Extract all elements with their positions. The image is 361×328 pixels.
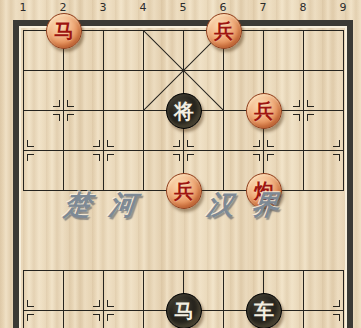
grid-line-vertical [63, 30, 64, 191]
grid-line-vertical [303, 30, 304, 191]
position-marker [93, 154, 100, 161]
grid-line-vertical [143, 270, 144, 328]
grid-line-vertical [63, 270, 64, 328]
position-marker [107, 300, 114, 307]
piece-red-soldier[interactable]: 兵 [246, 93, 282, 129]
grid-line-vertical [103, 30, 104, 191]
position-marker [333, 314, 340, 321]
grid-line-vertical [343, 30, 344, 191]
position-marker [27, 314, 34, 321]
position-marker [307, 100, 314, 107]
position-marker [107, 140, 114, 147]
position-marker [307, 114, 314, 121]
column-label: 7 [260, 1, 267, 14]
position-marker [253, 140, 260, 147]
position-marker [27, 300, 34, 307]
position-marker [293, 100, 300, 107]
position-marker [293, 114, 300, 121]
position-marker [67, 114, 74, 121]
grid-line-vertical [343, 270, 344, 328]
column-label: 8 [300, 1, 307, 14]
position-marker [267, 154, 274, 161]
position-marker [27, 140, 34, 147]
grid-line-vertical [223, 270, 224, 328]
position-marker [53, 100, 60, 107]
position-marker [333, 154, 340, 161]
grid-line-vertical [103, 270, 104, 328]
piece-black-chariot[interactable]: 车 [246, 293, 282, 328]
column-label: 3 [100, 1, 107, 14]
position-marker [93, 314, 100, 321]
grid-line-vertical [23, 30, 24, 191]
grid-line-vertical [303, 270, 304, 328]
position-marker [187, 140, 194, 147]
position-marker [333, 140, 340, 147]
position-marker [67, 100, 74, 107]
position-marker [187, 154, 194, 161]
column-label: 5 [180, 1, 187, 14]
position-marker [93, 140, 100, 147]
grid-line-vertical [23, 270, 24, 328]
column-label: 4 [140, 1, 147, 14]
piece-black-horse[interactable]: 马 [166, 293, 202, 328]
piece-red-soldier[interactable]: 兵 [206, 13, 242, 49]
column-label: 9 [340, 1, 347, 14]
position-marker [107, 154, 114, 161]
xiangqi-board[interactable]: 楚河 汉界 123456789马兵将兵兵炮马车 [0, 0, 361, 328]
position-marker [173, 140, 180, 147]
position-marker [107, 314, 114, 321]
position-marker [267, 140, 274, 147]
piece-black-general[interactable]: 将 [166, 93, 202, 129]
position-marker [27, 154, 34, 161]
piece-red-soldier[interactable]: 兵 [166, 173, 202, 209]
position-marker [93, 300, 100, 307]
position-marker [333, 300, 340, 307]
column-label: 1 [20, 1, 27, 14]
position-marker [53, 114, 60, 121]
position-marker [173, 154, 180, 161]
position-marker [253, 154, 260, 161]
piece-red-cannon[interactable]: 炮 [246, 173, 282, 209]
piece-red-horse[interactable]: 马 [46, 13, 82, 49]
